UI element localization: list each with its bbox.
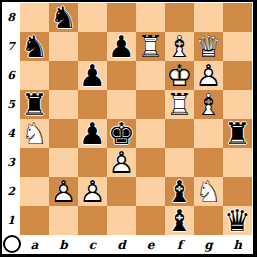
black-pawn-d7: ♟ (107, 32, 136, 61)
square-e5 (136, 90, 165, 119)
white-rook-f5: ♖ (165, 90, 194, 119)
square-b2: ♙ (49, 177, 78, 206)
square-b5 (49, 90, 78, 119)
square-c8 (78, 3, 107, 32)
square-b3 (49, 148, 78, 177)
rank-label-7: 7 (2, 32, 20, 61)
square-h2 (223, 177, 252, 206)
square-d1 (107, 206, 136, 235)
white-queen-g7: ♕ (194, 32, 223, 61)
black-rook-a5: ♜ (20, 90, 49, 119)
white-knight-a4: ♘ (20, 119, 49, 148)
square-a3 (20, 148, 49, 177)
rank-label-3: 3 (2, 148, 20, 177)
square-e7: ♖ (136, 32, 165, 61)
rank-label-8: 8 (2, 3, 20, 32)
black-queen-h1: ♛ (223, 206, 252, 235)
square-e8 (136, 3, 165, 32)
square-f7: ♗ (165, 32, 194, 61)
square-a1 (20, 206, 49, 235)
white-bishop-g5: ♗ (194, 90, 223, 119)
square-h6 (223, 61, 252, 90)
chess-diagram: ♞♞♟♖♗♕♟♔♙♜♖♗♘♟♚♜♙♙♙♝♘♝♛ 87654321 abcdefg… (0, 0, 257, 257)
square-f5: ♖ (165, 90, 194, 119)
square-d4: ♚ (107, 119, 136, 148)
black-pawn-c6: ♟ (78, 61, 107, 90)
square-h7 (223, 32, 252, 61)
square-d8 (107, 3, 136, 32)
file-label-h: h (223, 235, 252, 254)
black-knight-a7: ♞ (20, 32, 49, 61)
black-king-d4: ♚ (107, 119, 136, 148)
square-e1 (136, 206, 165, 235)
square-f3 (165, 148, 194, 177)
file-label-f: f (165, 235, 194, 254)
square-c3 (78, 148, 107, 177)
square-g1 (194, 206, 223, 235)
square-b4 (49, 119, 78, 148)
black-knight-b8: ♞ (49, 3, 78, 32)
square-e2 (136, 177, 165, 206)
rank-label-1: 1 (2, 206, 20, 235)
black-bishop-f1: ♝ (165, 206, 194, 235)
square-f8 (165, 3, 194, 32)
square-b8: ♞ (49, 3, 78, 32)
square-a2 (20, 177, 49, 206)
rank-label-6: 6 (2, 61, 20, 90)
square-f2: ♝ (165, 177, 194, 206)
white-rook-e7: ♖ (136, 32, 165, 61)
square-f6: ♔ (165, 61, 194, 90)
square-h8 (223, 3, 252, 32)
file-label-d: d (107, 235, 136, 254)
square-d3: ♙ (107, 148, 136, 177)
square-a7: ♞ (20, 32, 49, 61)
square-c1 (78, 206, 107, 235)
black-bishop-f2: ♝ (165, 177, 194, 206)
square-d2 (107, 177, 136, 206)
square-g3 (194, 148, 223, 177)
square-g6: ♙ (194, 61, 223, 90)
square-b6 (49, 61, 78, 90)
square-f4 (165, 119, 194, 148)
square-a4: ♘ (20, 119, 49, 148)
square-e6 (136, 61, 165, 90)
square-g8 (194, 3, 223, 32)
rank-label-4: 4 (2, 119, 20, 148)
rank-label-2: 2 (2, 177, 20, 206)
square-h5 (223, 90, 252, 119)
white-pawn-b2: ♙ (49, 177, 78, 206)
square-c7 (78, 32, 107, 61)
square-h3 (223, 148, 252, 177)
square-d7: ♟ (107, 32, 136, 61)
square-f1: ♝ (165, 206, 194, 235)
square-e3 (136, 148, 165, 177)
square-h4: ♜ (223, 119, 252, 148)
square-h1: ♛ (223, 206, 252, 235)
square-g7: ♕ (194, 32, 223, 61)
file-label-g: g (194, 235, 223, 254)
rank-labels: 87654321 (2, 3, 20, 235)
file-label-e: e (136, 235, 165, 254)
white-pawn-c2: ♙ (78, 177, 107, 206)
file-label-a: a (20, 235, 49, 254)
rank-label-5: 5 (2, 90, 20, 119)
white-pawn-g6: ♙ (194, 61, 223, 90)
square-g4 (194, 119, 223, 148)
square-c4: ♟ (78, 119, 107, 148)
file-labels: abcdefgh (20, 235, 252, 254)
square-d6 (107, 61, 136, 90)
square-c2: ♙ (78, 177, 107, 206)
white-to-move-indicator (3, 235, 21, 253)
square-d5 (107, 90, 136, 119)
white-king-f6: ♔ (165, 61, 194, 90)
square-g5: ♗ (194, 90, 223, 119)
white-pawn-d3: ♙ (107, 148, 136, 177)
file-label-c: c (78, 235, 107, 254)
file-label-b: b (49, 235, 78, 254)
square-a5: ♜ (20, 90, 49, 119)
white-knight-g2: ♘ (194, 177, 223, 206)
square-g2: ♘ (194, 177, 223, 206)
chess-board: ♞♞♟♖♗♕♟♔♙♜♖♗♘♟♚♜♙♙♙♝♘♝♛ (20, 3, 252, 235)
square-a6 (20, 61, 49, 90)
square-c5 (78, 90, 107, 119)
square-b7 (49, 32, 78, 61)
white-bishop-f7: ♗ (165, 32, 194, 61)
square-e4 (136, 119, 165, 148)
black-pawn-c4: ♟ (78, 119, 107, 148)
square-b1 (49, 206, 78, 235)
square-a8 (20, 3, 49, 32)
black-rook-h4: ♜ (223, 119, 252, 148)
square-c6: ♟ (78, 61, 107, 90)
